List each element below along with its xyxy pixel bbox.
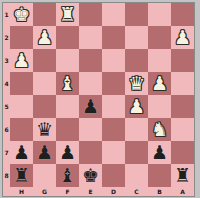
white-pawn: ♟	[174, 26, 191, 49]
square-c3[interactable]	[125, 49, 148, 72]
square-e5[interactable]: ♟	[79, 95, 102, 118]
square-d4[interactable]	[102, 72, 125, 95]
square-a7[interactable]	[171, 141, 194, 164]
white-king: ♚	[13, 3, 30, 26]
square-d6[interactable]	[102, 118, 125, 141]
square-c6[interactable]	[125, 118, 148, 141]
square-h7[interactable]: ♟	[10, 141, 33, 164]
board-corner	[3, 187, 10, 196]
square-c7[interactable]	[125, 141, 148, 164]
square-a4[interactable]	[171, 72, 194, 95]
black-pawn: ♟	[13, 141, 30, 164]
square-f7[interactable]: ♟	[56, 141, 79, 164]
square-b4[interactable]: ♟	[148, 72, 171, 95]
black-pawn: ♟	[151, 141, 168, 164]
square-h1[interactable]: ♚	[10, 3, 33, 26]
square-d8[interactable]	[102, 164, 125, 187]
white-pawn: ♟	[151, 72, 168, 95]
file-label-a: A	[171, 187, 194, 196]
file-label-d: D	[102, 187, 125, 196]
square-e8[interactable]: ♚	[79, 164, 102, 187]
white-pawn: ♟	[128, 95, 145, 118]
square-d5[interactable]	[102, 95, 125, 118]
square-e7[interactable]	[79, 141, 102, 164]
file-label-h: H	[10, 187, 33, 196]
square-f1[interactable]: ♜	[56, 3, 79, 26]
file-label-f: F	[56, 187, 79, 196]
square-h6[interactable]	[10, 118, 33, 141]
rank-label-2: 2	[3, 26, 10, 49]
square-c8[interactable]	[125, 164, 148, 187]
square-g5[interactable]	[33, 95, 56, 118]
square-e2[interactable]	[79, 26, 102, 49]
black-king: ♚	[82, 164, 99, 187]
square-b5[interactable]	[148, 95, 171, 118]
square-f2[interactable]	[56, 26, 79, 49]
square-b1[interactable]	[148, 3, 171, 26]
rank-label-1: 1	[3, 3, 10, 26]
square-g4[interactable]	[33, 72, 56, 95]
square-a6[interactable]	[171, 118, 194, 141]
square-d1[interactable]	[102, 3, 125, 26]
square-c2[interactable]	[125, 26, 148, 49]
board-frame: 1♚♜2♟♟3♟4♝♛♟5♟♟6♛♞7♟♟♟♟8♜♝♚♜HGFEDCBA	[0, 0, 200, 198]
white-pawn: ♟	[36, 26, 53, 49]
square-c5[interactable]: ♟	[125, 95, 148, 118]
square-h2[interactable]	[10, 26, 33, 49]
square-h8[interactable]: ♜	[10, 164, 33, 187]
square-a1[interactable]	[171, 3, 194, 26]
rank-label-4: 4	[3, 72, 10, 95]
square-g7[interactable]: ♟	[33, 141, 56, 164]
square-g1[interactable]	[33, 3, 56, 26]
rank-label-6: 6	[3, 118, 10, 141]
square-a8[interactable]: ♜	[171, 164, 194, 187]
chess-board: 1♚♜2♟♟3♟4♝♛♟5♟♟6♛♞7♟♟♟♟8♜♝♚♜HGFEDCBA	[2, 2, 195, 197]
square-g8[interactable]	[33, 164, 56, 187]
square-e1[interactable]	[79, 3, 102, 26]
black-pawn: ♟	[82, 95, 99, 118]
square-e3[interactable]	[79, 49, 102, 72]
square-a3[interactable]	[171, 49, 194, 72]
square-f3[interactable]	[56, 49, 79, 72]
black-queen: ♛	[36, 118, 53, 141]
square-c1[interactable]	[125, 3, 148, 26]
square-d3[interactable]	[102, 49, 125, 72]
square-a5[interactable]	[171, 95, 194, 118]
square-f6[interactable]	[56, 118, 79, 141]
square-b3[interactable]	[148, 49, 171, 72]
square-f8[interactable]: ♝	[56, 164, 79, 187]
square-b8[interactable]	[148, 164, 171, 187]
square-d7[interactable]	[102, 141, 125, 164]
file-label-c: C	[125, 187, 148, 196]
file-label-b: B	[148, 187, 171, 196]
white-knight: ♞	[151, 118, 168, 141]
square-e4[interactable]	[79, 72, 102, 95]
square-f4[interactable]: ♝	[56, 72, 79, 95]
square-c4[interactable]: ♛	[125, 72, 148, 95]
white-rook: ♜	[59, 3, 76, 26]
square-g3[interactable]	[33, 49, 56, 72]
square-h3[interactable]: ♟	[10, 49, 33, 72]
square-f5[interactable]	[56, 95, 79, 118]
square-a2[interactable]: ♟	[171, 26, 194, 49]
square-h4[interactable]	[10, 72, 33, 95]
file-label-e: E	[79, 187, 102, 196]
square-b7[interactable]: ♟	[148, 141, 171, 164]
black-rook: ♜	[174, 164, 191, 187]
rank-label-7: 7	[3, 141, 10, 164]
black-pawn: ♟	[59, 141, 76, 164]
square-b2[interactable]	[148, 26, 171, 49]
square-g6[interactable]: ♛	[33, 118, 56, 141]
black-pawn: ♟	[36, 141, 53, 164]
square-e6[interactable]	[79, 118, 102, 141]
rank-label-8: 8	[3, 164, 10, 187]
black-bishop: ♝	[59, 164, 76, 187]
black-rook: ♜	[13, 164, 30, 187]
square-g2[interactable]: ♟	[33, 26, 56, 49]
rank-label-5: 5	[3, 95, 10, 118]
square-b6[interactable]: ♞	[148, 118, 171, 141]
square-h5[interactable]	[10, 95, 33, 118]
file-label-g: G	[33, 187, 56, 196]
white-queen: ♛	[128, 72, 145, 95]
square-d2[interactable]	[102, 26, 125, 49]
rank-label-3: 3	[3, 49, 10, 72]
white-bishop: ♝	[59, 72, 76, 95]
white-pawn: ♟	[13, 49, 30, 72]
